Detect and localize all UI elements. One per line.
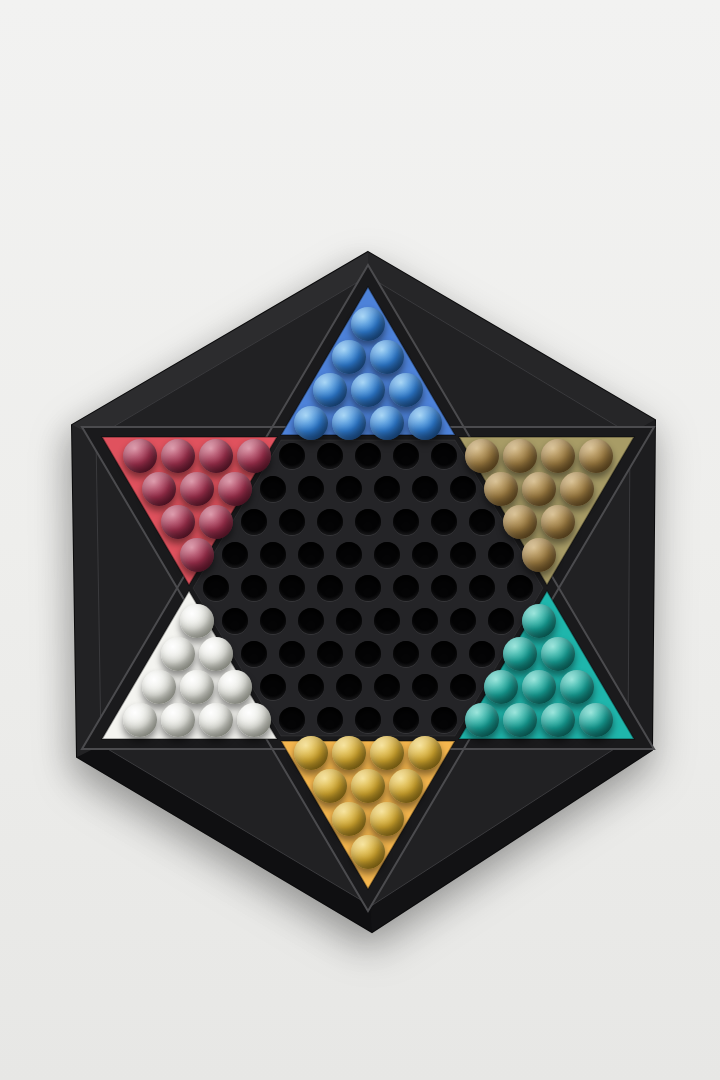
board-cell-r13-c6[interactable] xyxy=(311,704,349,737)
red-marble[interactable] xyxy=(161,505,195,539)
empty-hole xyxy=(374,542,400,568)
board-cell-r9-c1[interactable] xyxy=(197,572,235,605)
empty-hole xyxy=(222,542,248,568)
white-marble[interactable] xyxy=(142,670,176,704)
empty-hole xyxy=(298,476,324,502)
gold-marble[interactable] xyxy=(541,505,575,539)
photo-scene xyxy=(0,0,720,1080)
yellow-marble[interactable] xyxy=(294,736,328,770)
empty-hole xyxy=(317,575,343,601)
empty-hole xyxy=(374,476,400,502)
board-cell-r12-c6[interactable] xyxy=(330,671,368,704)
empty-hole xyxy=(355,509,381,535)
teal-marble[interactable] xyxy=(522,604,556,638)
board-cell-r16-c2[interactable] xyxy=(368,803,406,836)
board-cell-r12-c5[interactable] xyxy=(292,671,330,704)
empty-hole xyxy=(450,476,476,502)
red-marble[interactable] xyxy=(180,538,214,572)
board-cell-r13-c13[interactable] xyxy=(577,704,615,737)
red-marble[interactable] xyxy=(237,439,271,473)
white-marble[interactable] xyxy=(161,637,195,671)
empty-hole xyxy=(260,476,286,502)
board-cell-r13-c11[interactable] xyxy=(501,704,539,737)
board-cell-r6-c5[interactable] xyxy=(292,473,330,506)
board-cell-r10-c9[interactable] xyxy=(482,605,520,638)
board-cell-r6-c3[interactable] xyxy=(216,473,254,506)
empty-hole xyxy=(431,443,457,469)
white-marble[interactable] xyxy=(123,703,157,737)
empty-hole xyxy=(393,707,419,733)
blue-marble[interactable] xyxy=(370,406,404,440)
board-cell-r8-c9[interactable] xyxy=(482,539,520,572)
teal-marble[interactable] xyxy=(484,670,518,704)
board-cell-r4-c3[interactable] xyxy=(368,407,406,440)
empty-hole xyxy=(488,608,514,634)
board-cell-r12-c12[interactable] xyxy=(558,671,596,704)
empty-hole xyxy=(431,509,457,535)
white-marble[interactable] xyxy=(199,703,233,737)
board-cell-r16-c1[interactable] xyxy=(330,803,368,836)
empty-hole xyxy=(317,443,343,469)
board-cell-r8-c7[interactable] xyxy=(406,539,444,572)
board-cell-r12-c3[interactable] xyxy=(216,671,254,704)
board-cell-r6-c9[interactable] xyxy=(444,473,482,506)
board-cell-r2-c1[interactable] xyxy=(330,341,368,374)
board-cell-r9-c6[interactable] xyxy=(387,572,425,605)
board-cell-r10-c3[interactable] xyxy=(254,605,292,638)
board-cell-r2-c2[interactable] xyxy=(368,341,406,374)
board-cell-r12-c2[interactable] xyxy=(178,671,216,704)
empty-hole xyxy=(412,542,438,568)
board-cell-r8-c5[interactable] xyxy=(330,539,368,572)
board-cell-r15-c3[interactable] xyxy=(387,770,425,803)
board-cell-r12-c4[interactable] xyxy=(254,671,292,704)
board-cell-r3-c3[interactable] xyxy=(387,374,425,407)
blue-marble[interactable] xyxy=(389,373,423,407)
board-cell-r8-c8[interactable] xyxy=(444,539,482,572)
empty-hole xyxy=(431,575,457,601)
empty-hole xyxy=(298,608,324,634)
board-cell-r14-c3[interactable] xyxy=(368,737,406,770)
board-cell-r10-c8[interactable] xyxy=(444,605,482,638)
yellow-marble[interactable] xyxy=(389,769,423,803)
empty-hole xyxy=(241,575,267,601)
empty-hole xyxy=(507,575,533,601)
board-cell-r7-c3[interactable] xyxy=(235,506,273,539)
board-cell-r7-c7[interactable] xyxy=(387,506,425,539)
board-cell-r6-c4[interactable] xyxy=(254,473,292,506)
board-cell-r15-c1[interactable] xyxy=(311,770,349,803)
teal-marble[interactable] xyxy=(503,703,537,737)
board-cell-r6-c1[interactable] xyxy=(140,473,178,506)
board-cell-r5-c11[interactable] xyxy=(501,440,539,473)
board-cell-r12-c11[interactable] xyxy=(520,671,558,704)
board-cell-r7-c5[interactable] xyxy=(311,506,349,539)
empty-hole xyxy=(488,542,514,568)
board-cell-r10-c1[interactable] xyxy=(178,605,216,638)
empty-hole xyxy=(241,509,267,535)
board-cell-r6-c12[interactable] xyxy=(558,473,596,506)
red-marble[interactable] xyxy=(123,439,157,473)
teal-marble[interactable] xyxy=(541,703,575,737)
board-cell-r12-c8[interactable] xyxy=(406,671,444,704)
board-cell-r4-c4[interactable] xyxy=(406,407,444,440)
empty-hole xyxy=(355,641,381,667)
board-cell-r10-c2[interactable] xyxy=(216,605,254,638)
board-cell-r9-c2[interactable] xyxy=(235,572,273,605)
board-cell-r13-c8[interactable] xyxy=(387,704,425,737)
teal-marble[interactable] xyxy=(465,703,499,737)
board-cell-r14-c1[interactable] xyxy=(292,737,330,770)
empty-hole xyxy=(317,707,343,733)
board-cell-r5-c2[interactable] xyxy=(159,440,197,473)
empty-hole xyxy=(393,641,419,667)
board-cell-r9-c8[interactable] xyxy=(463,572,501,605)
empty-hole xyxy=(374,608,400,634)
white-marble[interactable] xyxy=(199,637,233,671)
empty-hole xyxy=(355,575,381,601)
board-cell-r11-c10[interactable] xyxy=(501,638,539,671)
board-cell-r5-c10[interactable] xyxy=(463,440,501,473)
board-cell-r12-c7[interactable] xyxy=(368,671,406,704)
board-cell-r11-c7[interactable] xyxy=(387,638,425,671)
board-cell-r10-c6[interactable] xyxy=(368,605,406,638)
board-cell-r9-c9[interactable] xyxy=(501,572,539,605)
empty-hole xyxy=(393,575,419,601)
board-cell-r8-c3[interactable] xyxy=(254,539,292,572)
white-marble[interactable] xyxy=(180,604,214,638)
board-cell-r9-c4[interactable] xyxy=(311,572,349,605)
empty-hole xyxy=(412,674,438,700)
empty-hole xyxy=(469,509,495,535)
board-cell-r13-c1[interactable] xyxy=(121,704,159,737)
board-cell-r5-c6[interactable] xyxy=(311,440,349,473)
gold-marble[interactable] xyxy=(579,439,613,473)
board-cell-r6-c7[interactable] xyxy=(368,473,406,506)
empty-hole xyxy=(279,509,305,535)
board-cell-r1-c1[interactable] xyxy=(349,308,387,341)
gold-marble[interactable] xyxy=(522,472,556,506)
teal-marble[interactable] xyxy=(541,637,575,671)
board-cell-r17-c1[interactable] xyxy=(349,836,387,869)
empty-hole xyxy=(241,641,267,667)
empty-hole xyxy=(260,674,286,700)
empty-hole xyxy=(336,608,362,634)
empty-hole xyxy=(431,641,457,667)
board-cell-r9-c3[interactable] xyxy=(273,572,311,605)
teal-marble[interactable] xyxy=(560,670,594,704)
empty-hole xyxy=(450,674,476,700)
blue-marble[interactable] xyxy=(313,373,347,407)
red-marble[interactable] xyxy=(180,472,214,506)
board-cell-r11-c2[interactable] xyxy=(197,638,235,671)
board-cell-r10-c4[interactable] xyxy=(292,605,330,638)
board-cell-r7-c1[interactable] xyxy=(159,506,197,539)
board-cell-r7-c8[interactable] xyxy=(425,506,463,539)
empty-hole xyxy=(412,476,438,502)
board-cell-r12-c1[interactable] xyxy=(140,671,178,704)
board-cell-r7-c6[interactable] xyxy=(349,506,387,539)
empty-hole xyxy=(279,641,305,667)
empty-hole xyxy=(279,443,305,469)
yellow-marble[interactable] xyxy=(408,736,442,770)
board-cell-r6-c11[interactable] xyxy=(520,473,558,506)
blue-marble[interactable] xyxy=(408,406,442,440)
white-marble[interactable] xyxy=(161,703,195,737)
gold-marble[interactable] xyxy=(465,439,499,473)
empty-hole xyxy=(279,707,305,733)
yellow-marble[interactable] xyxy=(370,736,404,770)
yellow-marble[interactable] xyxy=(351,835,385,869)
board-cell-r5-c3[interactable] xyxy=(197,440,235,473)
gold-marble[interactable] xyxy=(560,472,594,506)
board-cell-r12-c10[interactable] xyxy=(482,671,520,704)
empty-hole xyxy=(298,674,324,700)
red-marble[interactable] xyxy=(199,439,233,473)
empty-hole xyxy=(355,443,381,469)
teal-marble[interactable] xyxy=(522,670,556,704)
board-cell-r8-c10[interactable] xyxy=(520,539,558,572)
board-cell-r13-c2[interactable] xyxy=(159,704,197,737)
board-cell-r5-c1[interactable] xyxy=(121,440,159,473)
yellow-marble[interactable] xyxy=(332,802,366,836)
board-cell-r8-c6[interactable] xyxy=(368,539,406,572)
gold-marble[interactable] xyxy=(484,472,518,506)
empty-hole xyxy=(222,608,248,634)
board-cell-r7-c4[interactable] xyxy=(273,506,311,539)
red-marble[interactable] xyxy=(218,472,252,506)
board-cell-r4-c1[interactable] xyxy=(292,407,330,440)
empty-hole xyxy=(469,575,495,601)
board-cell-r12-c9[interactable] xyxy=(444,671,482,704)
blue-marble[interactable] xyxy=(332,340,366,374)
board-cell-r13-c5[interactable] xyxy=(273,704,311,737)
board-grid xyxy=(0,0,720,1080)
board-cell-r13-c12[interactable] xyxy=(539,704,577,737)
board-cell-r9-c7[interactable] xyxy=(425,572,463,605)
board-cell-r9-c5[interactable] xyxy=(349,572,387,605)
blue-marble[interactable] xyxy=(370,340,404,374)
yellow-marble[interactable] xyxy=(351,769,385,803)
board-cell-r14-c2[interactable] xyxy=(330,737,368,770)
red-marble[interactable] xyxy=(199,505,233,539)
board-cell-r5-c5[interactable] xyxy=(273,440,311,473)
empty-hole xyxy=(317,641,343,667)
board-cell-r7-c10[interactable] xyxy=(501,506,539,539)
board-cell-r10-c7[interactable] xyxy=(406,605,444,638)
board-cell-r5-c9[interactable] xyxy=(425,440,463,473)
board-cell-r6-c6[interactable] xyxy=(330,473,368,506)
board-cell-r13-c7[interactable] xyxy=(349,704,387,737)
board-cell-r11-c6[interactable] xyxy=(349,638,387,671)
white-marble[interactable] xyxy=(218,670,252,704)
empty-hole xyxy=(355,707,381,733)
board-cell-r7-c9[interactable] xyxy=(463,506,501,539)
blue-marble[interactable] xyxy=(294,406,328,440)
empty-hole xyxy=(298,542,324,568)
board-cell-r13-c10[interactable] xyxy=(463,704,501,737)
blue-marble[interactable] xyxy=(332,406,366,440)
empty-hole xyxy=(450,608,476,634)
empty-hole xyxy=(317,509,343,535)
blue-marble[interactable] xyxy=(351,307,385,341)
empty-hole xyxy=(393,509,419,535)
empty-hole xyxy=(412,608,438,634)
blue-marble[interactable] xyxy=(351,373,385,407)
board-cell-r11-c1[interactable] xyxy=(159,638,197,671)
board-cell-r8-c2[interactable] xyxy=(216,539,254,572)
board-cell-r13-c3[interactable] xyxy=(197,704,235,737)
board-cell-r7-c11[interactable] xyxy=(539,506,577,539)
empty-hole xyxy=(431,707,457,733)
empty-hole xyxy=(260,542,286,568)
board-cell-r6-c10[interactable] xyxy=(482,473,520,506)
gold-marble[interactable] xyxy=(541,439,575,473)
board-cell-r5-c13[interactable] xyxy=(577,440,615,473)
teal-marble[interactable] xyxy=(579,703,613,737)
empty-hole xyxy=(336,476,362,502)
board-cell-r11-c11[interactable] xyxy=(539,638,577,671)
board-cell-r11-c5[interactable] xyxy=(311,638,349,671)
board-cell-r14-c4[interactable] xyxy=(406,737,444,770)
empty-hole xyxy=(469,641,495,667)
empty-hole xyxy=(336,542,362,568)
board-cell-r5-c7[interactable] xyxy=(349,440,387,473)
board-cell-r4-c2[interactable] xyxy=(330,407,368,440)
board-cell-r10-c5[interactable] xyxy=(330,605,368,638)
board-cell-r6-c2[interactable] xyxy=(178,473,216,506)
yellow-marble[interactable] xyxy=(332,736,366,770)
board-cell-r10-c10[interactable] xyxy=(520,605,558,638)
board-cell-r15-c2[interactable] xyxy=(349,770,387,803)
empty-hole xyxy=(260,608,286,634)
board-cell-r13-c4[interactable] xyxy=(235,704,273,737)
empty-hole xyxy=(450,542,476,568)
empty-hole xyxy=(374,674,400,700)
board-cell-r6-c8[interactable] xyxy=(406,473,444,506)
red-marble[interactable] xyxy=(161,439,195,473)
gold-marble[interactable] xyxy=(522,538,556,572)
red-marble[interactable] xyxy=(142,472,176,506)
board-cell-r5-c4[interactable] xyxy=(235,440,273,473)
empty-hole xyxy=(393,443,419,469)
empty-hole xyxy=(336,674,362,700)
board-cell-r5-c8[interactable] xyxy=(387,440,425,473)
board-cell-r5-c12[interactable] xyxy=(539,440,577,473)
board-cell-r3-c1[interactable] xyxy=(311,374,349,407)
teal-marble[interactable] xyxy=(503,637,537,671)
board-cell-r7-c2[interactable] xyxy=(197,506,235,539)
board-cell-r13-c9[interactable] xyxy=(425,704,463,737)
board-cell-r8-c1[interactable] xyxy=(178,539,216,572)
board-cell-r8-c4[interactable] xyxy=(292,539,330,572)
board-cell-r3-c2[interactable] xyxy=(349,374,387,407)
board-cell-r11-c8[interactable] xyxy=(425,638,463,671)
gold-marble[interactable] xyxy=(503,505,537,539)
empty-hole xyxy=(279,575,305,601)
board-cell-r11-c3[interactable] xyxy=(235,638,273,671)
board-cell-r11-c9[interactable] xyxy=(463,638,501,671)
board-cell-r11-c4[interactable] xyxy=(273,638,311,671)
gold-marble[interactable] xyxy=(503,439,537,473)
yellow-marble[interactable] xyxy=(370,802,404,836)
yellow-marble[interactable] xyxy=(313,769,347,803)
white-marble[interactable] xyxy=(180,670,214,704)
white-marble[interactable] xyxy=(237,703,271,737)
empty-hole xyxy=(203,575,229,601)
